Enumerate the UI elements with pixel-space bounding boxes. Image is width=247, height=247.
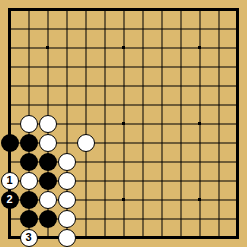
point-F13[interactable] [95, 0, 114, 19]
point-H10[interactable] [133, 57, 152, 76]
point-C9[interactable] [38, 76, 57, 95]
point-M12[interactable] [209, 19, 228, 38]
point-G6[interactable] [114, 133, 133, 152]
point-H13[interactable] [133, 0, 152, 19]
point-F4[interactable] [95, 171, 114, 190]
black-stone[interactable] [20, 134, 38, 152]
white-stone[interactable] [20, 115, 38, 133]
point-B6[interactable] [19, 133, 38, 152]
point-G2[interactable] [114, 209, 133, 228]
point-L9[interactable] [190, 76, 209, 95]
point-M7[interactable] [209, 114, 228, 133]
white-stone[interactable] [77, 134, 95, 152]
point-H2[interactable] [133, 209, 152, 228]
black-stone[interactable]: 2 [1, 191, 19, 209]
point-D11[interactable] [57, 38, 76, 57]
point-E8[interactable] [76, 95, 95, 114]
point-D6[interactable] [57, 133, 76, 152]
black-stone[interactable] [39, 172, 57, 190]
point-A6[interactable] [0, 133, 19, 152]
point-K6[interactable] [171, 133, 190, 152]
point-D1[interactable] [57, 228, 76, 247]
point-B4[interactable] [19, 171, 38, 190]
point-A2[interactable] [0, 209, 19, 228]
point-G12[interactable] [114, 19, 133, 38]
point-J1[interactable] [152, 228, 171, 247]
point-G3[interactable] [114, 190, 133, 209]
point-J11[interactable] [152, 38, 171, 57]
point-N12[interactable] [228, 19, 247, 38]
point-C4[interactable] [38, 171, 57, 190]
point-G7[interactable] [114, 114, 133, 133]
point-M3[interactable] [209, 190, 228, 209]
point-E2[interactable] [76, 209, 95, 228]
point-F3[interactable] [95, 190, 114, 209]
point-C5[interactable] [38, 152, 57, 171]
point-K1[interactable] [171, 228, 190, 247]
point-J8[interactable] [152, 95, 171, 114]
point-E9[interactable] [76, 76, 95, 95]
point-N2[interactable] [228, 209, 247, 228]
point-B13[interactable] [19, 0, 38, 19]
point-C3[interactable] [38, 190, 57, 209]
point-N1[interactable] [228, 228, 247, 247]
point-G10[interactable] [114, 57, 133, 76]
point-K4[interactable] [171, 171, 190, 190]
go-diagram: 123 [0, 0, 247, 247]
point-A7[interactable] [0, 114, 19, 133]
point-C6[interactable] [38, 133, 57, 152]
point-H11[interactable] [133, 38, 152, 57]
point-H5[interactable] [133, 152, 152, 171]
point-K5[interactable] [171, 152, 190, 171]
point-K2[interactable] [171, 209, 190, 228]
point-L13[interactable] [190, 0, 209, 19]
point-C7[interactable] [38, 114, 57, 133]
point-M6[interactable] [209, 133, 228, 152]
point-F10[interactable] [95, 57, 114, 76]
go-board: 123 [0, 0, 247, 247]
point-D2[interactable] [57, 209, 76, 228]
point-A9[interactable] [0, 76, 19, 95]
point-F2[interactable] [95, 209, 114, 228]
white-stone[interactable]: 1 [1, 172, 19, 190]
black-stone[interactable] [20, 210, 38, 228]
point-M4[interactable] [209, 171, 228, 190]
point-C12[interactable] [38, 19, 57, 38]
point-C1[interactable] [38, 228, 57, 247]
point-J13[interactable] [152, 0, 171, 19]
point-J7[interactable] [152, 114, 171, 133]
point-B10[interactable] [19, 57, 38, 76]
point-G13[interactable] [114, 0, 133, 19]
point-B12[interactable] [19, 19, 38, 38]
black-stone[interactable] [20, 191, 38, 209]
point-K3[interactable] [171, 190, 190, 209]
point-D4[interactable] [57, 171, 76, 190]
point-L3[interactable] [190, 190, 209, 209]
point-N9[interactable] [228, 76, 247, 95]
point-H4[interactable] [133, 171, 152, 190]
point-C2[interactable] [38, 209, 57, 228]
black-stone[interactable] [1, 134, 19, 152]
point-A13[interactable] [0, 0, 19, 19]
point-M8[interactable] [209, 95, 228, 114]
point-J9[interactable] [152, 76, 171, 95]
point-E10[interactable] [76, 57, 95, 76]
point-L4[interactable] [190, 171, 209, 190]
point-A5[interactable] [0, 152, 19, 171]
point-B3[interactable] [19, 190, 38, 209]
black-stone[interactable] [20, 153, 38, 171]
point-M9[interactable] [209, 76, 228, 95]
point-K7[interactable] [171, 114, 190, 133]
point-H6[interactable] [133, 133, 152, 152]
point-J10[interactable] [152, 57, 171, 76]
point-E5[interactable] [76, 152, 95, 171]
point-D12[interactable] [57, 19, 76, 38]
point-A4[interactable]: 1 [0, 171, 19, 190]
point-C11[interactable] [38, 38, 57, 57]
point-B11[interactable] [19, 38, 38, 57]
white-stone[interactable] [20, 172, 38, 190]
point-F1[interactable] [95, 228, 114, 247]
point-N13[interactable] [228, 0, 247, 19]
point-D7[interactable] [57, 114, 76, 133]
point-F8[interactable] [95, 95, 114, 114]
white-stone[interactable] [58, 172, 76, 190]
point-G8[interactable] [114, 95, 133, 114]
point-D5[interactable] [57, 152, 76, 171]
point-H8[interactable] [133, 95, 152, 114]
point-L2[interactable] [190, 209, 209, 228]
point-N11[interactable] [228, 38, 247, 57]
point-N3[interactable] [228, 190, 247, 209]
point-L6[interactable] [190, 133, 209, 152]
point-A8[interactable] [0, 95, 19, 114]
point-F9[interactable] [95, 76, 114, 95]
point-N5[interactable] [228, 152, 247, 171]
point-M5[interactable] [209, 152, 228, 171]
point-B1[interactable]: 3 [19, 228, 38, 247]
point-J6[interactable] [152, 133, 171, 152]
point-F12[interactable] [95, 19, 114, 38]
point-E13[interactable] [76, 0, 95, 19]
point-K10[interactable] [171, 57, 190, 76]
point-F7[interactable] [95, 114, 114, 133]
point-B7[interactable] [19, 114, 38, 133]
point-K12[interactable] [171, 19, 190, 38]
point-E4[interactable] [76, 171, 95, 190]
white-stone[interactable]: 3 [20, 229, 38, 247]
point-A1[interactable] [0, 228, 19, 247]
point-L8[interactable] [190, 95, 209, 114]
point-C10[interactable] [38, 57, 57, 76]
point-H9[interactable] [133, 76, 152, 95]
point-L10[interactable] [190, 57, 209, 76]
point-D9[interactable] [57, 76, 76, 95]
point-E12[interactable] [76, 19, 95, 38]
point-G9[interactable] [114, 76, 133, 95]
point-M10[interactable] [209, 57, 228, 76]
point-A11[interactable] [0, 38, 19, 57]
point-H3[interactable] [133, 190, 152, 209]
point-N6[interactable] [228, 133, 247, 152]
point-N7[interactable] [228, 114, 247, 133]
point-J3[interactable] [152, 190, 171, 209]
point-E3[interactable] [76, 190, 95, 209]
point-N10[interactable] [228, 57, 247, 76]
black-stone[interactable] [39, 153, 57, 171]
board-grid: 123 [0, 0, 247, 247]
point-A12[interactable] [0, 19, 19, 38]
point-A10[interactable] [0, 57, 19, 76]
point-E7[interactable] [76, 114, 95, 133]
point-K8[interactable] [171, 95, 190, 114]
point-M1[interactable] [209, 228, 228, 247]
point-B5[interactable] [19, 152, 38, 171]
point-N8[interactable] [228, 95, 247, 114]
point-D10[interactable] [57, 57, 76, 76]
point-J2[interactable] [152, 209, 171, 228]
point-C13[interactable] [38, 0, 57, 19]
white-stone[interactable] [58, 153, 76, 171]
white-stone[interactable] [58, 191, 76, 209]
point-J12[interactable] [152, 19, 171, 38]
point-D3[interactable] [57, 190, 76, 209]
point-F6[interactable] [95, 133, 114, 152]
point-F5[interactable] [95, 152, 114, 171]
point-K11[interactable] [171, 38, 190, 57]
point-E11[interactable] [76, 38, 95, 57]
point-L7[interactable] [190, 114, 209, 133]
point-G11[interactable] [114, 38, 133, 57]
white-stone[interactable] [58, 210, 76, 228]
point-G4[interactable] [114, 171, 133, 190]
point-L12[interactable] [190, 19, 209, 38]
point-C8[interactable] [38, 95, 57, 114]
point-M11[interactable] [209, 38, 228, 57]
point-B9[interactable] [19, 76, 38, 95]
point-B2[interactable] [19, 209, 38, 228]
white-stone[interactable] [58, 229, 76, 247]
point-N4[interactable] [228, 171, 247, 190]
point-D13[interactable] [57, 0, 76, 19]
point-B8[interactable] [19, 95, 38, 114]
point-G5[interactable] [114, 152, 133, 171]
point-E6[interactable] [76, 133, 95, 152]
point-L11[interactable] [190, 38, 209, 57]
white-stone[interactable] [39, 191, 57, 209]
point-L5[interactable] [190, 152, 209, 171]
point-M2[interactable] [209, 209, 228, 228]
black-stone[interactable] [39, 210, 57, 228]
white-stone[interactable] [39, 115, 57, 133]
point-M13[interactable] [209, 0, 228, 19]
point-K13[interactable] [171, 0, 190, 19]
point-K9[interactable] [171, 76, 190, 95]
point-G1[interactable] [114, 228, 133, 247]
point-J5[interactable] [152, 152, 171, 171]
point-E1[interactable] [76, 228, 95, 247]
point-H12[interactable] [133, 19, 152, 38]
point-H7[interactable] [133, 114, 152, 133]
white-stone[interactable] [39, 134, 57, 152]
point-H1[interactable] [133, 228, 152, 247]
point-A3[interactable]: 2 [0, 190, 19, 209]
point-D8[interactable] [57, 95, 76, 114]
point-F11[interactable] [95, 38, 114, 57]
point-L1[interactable] [190, 228, 209, 247]
point-J4[interactable] [152, 171, 171, 190]
